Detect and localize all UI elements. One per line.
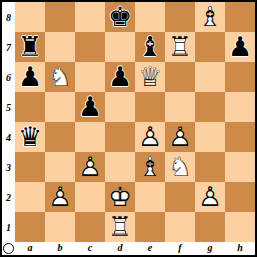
square-g7[interactable]: [195, 32, 225, 62]
square-a6[interactable]: ♟: [15, 62, 45, 92]
square-a8[interactable]: [15, 2, 45, 32]
square-f6[interactable]: [165, 62, 195, 92]
square-g3[interactable]: [195, 152, 225, 182]
white-pawn-outline: ♙: [165, 122, 195, 152]
black-pawn-icon[interactable]: ♟: [75, 92, 105, 122]
black-pawn-icon[interactable]: ♟: [105, 62, 135, 92]
square-d1[interactable]: ♜♖: [105, 212, 135, 242]
file-label-f: f: [165, 242, 195, 255]
black-bishop-icon[interactable]: ♝: [135, 32, 165, 62]
square-d3[interactable]: [105, 152, 135, 182]
rank-labels: 87654321: [2, 2, 15, 242]
white-knight-outline: ♘: [45, 62, 75, 92]
square-f4[interactable]: ♟♙: [165, 122, 195, 152]
square-g1[interactable]: [195, 212, 225, 242]
square-b3[interactable]: [45, 152, 75, 182]
square-a2[interactable]: [15, 182, 45, 212]
black-rook-glyph: ♜: [15, 32, 45, 62]
square-h8[interactable]: [225, 2, 255, 32]
square-b5[interactable]: [45, 92, 75, 122]
file-label-d: d: [105, 242, 135, 255]
file-label-h: h: [225, 242, 255, 255]
square-f7[interactable]: ♜♖: [165, 32, 195, 62]
white-pawn-icon[interactable]: ♟♙: [165, 122, 195, 152]
black-pawn-glyph: ♟: [105, 62, 135, 92]
file-label-b: b: [45, 242, 75, 255]
chess-diagram: ♚♝♗♜♝♜♖♟♟♞♘♟♛♕♟♛♟♙♟♙♟♙♝♗♞♘♟♙♚♔♟♙♜♖ 87654…: [0, 0, 257, 257]
square-d7[interactable]: [105, 32, 135, 62]
white-rook-icon[interactable]: ♜♖: [105, 212, 135, 242]
square-a7[interactable]: ♜: [15, 32, 45, 62]
square-c4[interactable]: [75, 122, 105, 152]
square-c7[interactable]: [75, 32, 105, 62]
square-h2[interactable]: [225, 182, 255, 212]
square-e6[interactable]: ♛♕: [135, 62, 165, 92]
square-h6[interactable]: [225, 62, 255, 92]
square-c6[interactable]: [75, 62, 105, 92]
square-b4[interactable]: [45, 122, 75, 152]
square-d4[interactable]: [105, 122, 135, 152]
file-label-a: a: [15, 242, 45, 255]
square-b7[interactable]: [45, 32, 75, 62]
black-pawn-glyph: ♟: [75, 92, 105, 122]
square-b6[interactable]: ♞♘: [45, 62, 75, 92]
square-b2[interactable]: ♟♙: [45, 182, 75, 212]
square-a3[interactable]: [15, 152, 45, 182]
square-e5[interactable]: [135, 92, 165, 122]
rank-label-5: 5: [2, 92, 15, 122]
square-d2[interactable]: ♚♔: [105, 182, 135, 212]
square-d5[interactable]: [105, 92, 135, 122]
rank-label-7: 7: [2, 32, 15, 62]
black-pawn-glyph: ♟: [15, 62, 45, 92]
rank-label-8: 8: [2, 2, 15, 32]
square-d8[interactable]: ♚: [105, 2, 135, 32]
black-queen-icon[interactable]: ♛: [15, 122, 45, 152]
square-b8[interactable]: [45, 2, 75, 32]
square-c2[interactable]: [75, 182, 105, 212]
white-king-icon[interactable]: ♚♔: [105, 182, 135, 212]
square-e7[interactable]: ♝: [135, 32, 165, 62]
square-c3[interactable]: ♟♙: [75, 152, 105, 182]
file-label-g: g: [195, 242, 225, 255]
white-pawn-outline: ♙: [75, 152, 105, 182]
white-knight-icon[interactable]: ♞♘: [45, 62, 75, 92]
white-queen-outline: ♕: [135, 62, 165, 92]
white-knight-outline: ♘: [165, 152, 195, 182]
rank-label-6: 6: [2, 62, 15, 92]
square-c1[interactable]: [75, 212, 105, 242]
square-h5[interactable]: [225, 92, 255, 122]
white-rook-outline: ♖: [165, 32, 195, 62]
white-bishop-icon[interactable]: ♝♗: [195, 2, 225, 32]
black-pawn-icon[interactable]: ♟: [225, 32, 255, 62]
white-pawn-outline: ♙: [195, 182, 225, 212]
rank-label-4: 4: [2, 122, 15, 152]
white-pawn-outline: ♙: [45, 182, 75, 212]
white-bishop-outline: ♗: [195, 2, 225, 32]
file-labels: abcdefgh: [15, 242, 255, 255]
white-to-move-indicator: [3, 243, 14, 254]
square-h4[interactable]: [225, 122, 255, 152]
chess-board[interactable]: ♚♝♗♜♝♜♖♟♟♞♘♟♛♕♟♛♟♙♟♙♟♙♝♗♞♘♟♙♚♔♟♙♜♖: [15, 2, 255, 242]
square-h7[interactable]: ♟: [225, 32, 255, 62]
white-pawn-icon[interactable]: ♟♙: [75, 152, 105, 182]
square-g6[interactable]: [195, 62, 225, 92]
square-h1[interactable]: [225, 212, 255, 242]
square-f5[interactable]: [165, 92, 195, 122]
white-pawn-icon[interactable]: ♟♙: [135, 122, 165, 152]
black-pawn-icon[interactable]: ♟: [15, 62, 45, 92]
square-d6[interactable]: ♟: [105, 62, 135, 92]
white-pawn-icon[interactable]: ♟♙: [195, 182, 225, 212]
white-king-outline: ♔: [105, 182, 135, 212]
square-c5[interactable]: ♟: [75, 92, 105, 122]
square-g5[interactable]: [195, 92, 225, 122]
white-rook-icon[interactable]: ♜♖: [165, 32, 195, 62]
black-king-glyph: ♚: [105, 2, 135, 32]
black-bishop-glyph: ♝: [135, 32, 165, 62]
square-e1[interactable]: [135, 212, 165, 242]
file-label-c: c: [75, 242, 105, 255]
rank-label-2: 2: [2, 182, 15, 212]
square-f1[interactable]: [165, 212, 195, 242]
black-pawn-glyph: ♟: [225, 32, 255, 62]
black-rook-icon[interactable]: ♜: [15, 32, 45, 62]
square-f8[interactable]: [165, 2, 195, 32]
square-c8[interactable]: [75, 2, 105, 32]
white-queen-icon[interactable]: ♛♕: [135, 62, 165, 92]
square-a5[interactable]: [15, 92, 45, 122]
white-bishop-icon[interactable]: ♝♗: [135, 152, 165, 182]
square-g8[interactable]: ♝♗: [195, 2, 225, 32]
square-g2[interactable]: ♟♙: [195, 182, 225, 212]
file-label-e: e: [135, 242, 165, 255]
square-f2[interactable]: [165, 182, 195, 212]
square-b1[interactable]: [45, 212, 75, 242]
white-knight-icon[interactable]: ♞♘: [165, 152, 195, 182]
white-pawn-outline: ♙: [135, 122, 165, 152]
square-a4[interactable]: ♛: [15, 122, 45, 152]
white-rook-outline: ♖: [105, 212, 135, 242]
square-a1[interactable]: [15, 212, 45, 242]
white-pawn-icon[interactable]: ♟♙: [45, 182, 75, 212]
rank-label-1: 1: [2, 212, 15, 242]
white-bishop-outline: ♗: [135, 152, 165, 182]
square-h3[interactable]: [225, 152, 255, 182]
square-e2[interactable]: [135, 182, 165, 212]
black-queen-glyph: ♛: [15, 122, 45, 152]
square-f3[interactable]: ♞♘: [165, 152, 195, 182]
square-e3[interactable]: ♝♗: [135, 152, 165, 182]
square-g4[interactable]: [195, 122, 225, 152]
rank-label-3: 3: [2, 152, 15, 182]
black-king-icon[interactable]: ♚: [105, 2, 135, 32]
square-e8[interactable]: [135, 2, 165, 32]
square-e4[interactable]: ♟♙: [135, 122, 165, 152]
